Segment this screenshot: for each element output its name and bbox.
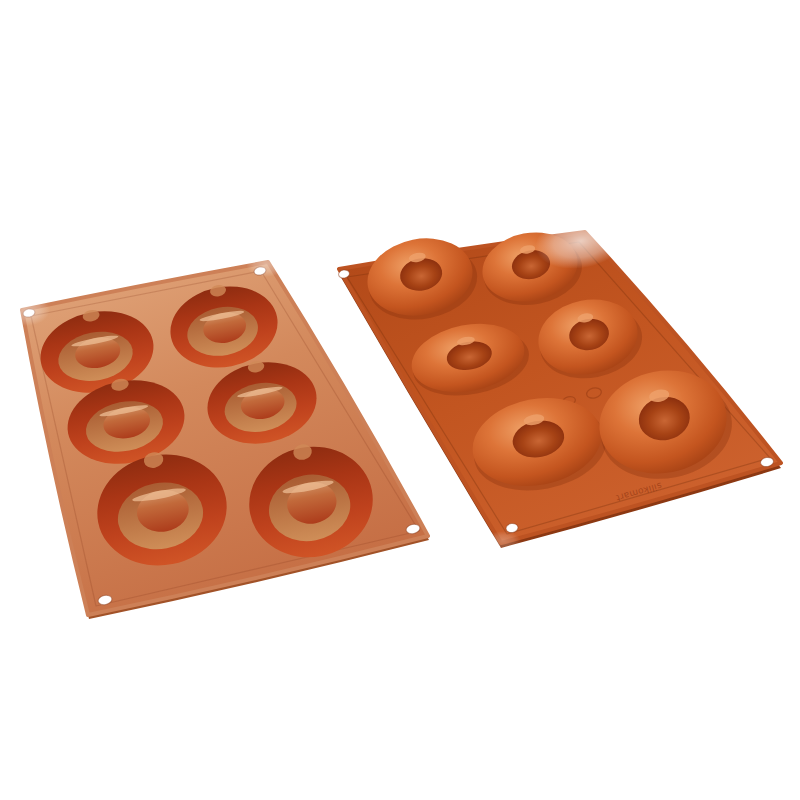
moulds-illustration: silikomart [0, 0, 800, 800]
highlight-washout [485, 531, 521, 551]
highlight-washout [246, 251, 286, 277]
highlight-washout [2, 294, 50, 326]
product-photo: silikomart [0, 0, 800, 800]
